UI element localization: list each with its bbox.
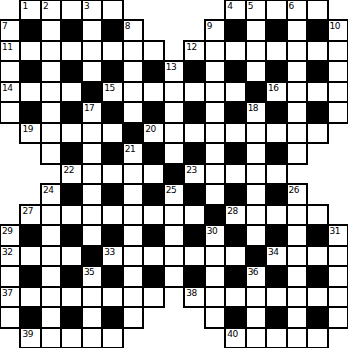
clue-number: 30 [207,226,217,236]
grid-cell-r6c15[interactable] [307,123,327,143]
clue-number: 19 [22,124,32,134]
grid-cell-r14c1[interactable] [20,287,40,307]
void-cell [0,164,20,184]
grid-cell-r1c2[interactable] [41,20,61,40]
grid-cell-r15c14[interactable] [287,307,307,327]
grid-cell-r3c12[interactable] [246,61,266,81]
black-square [143,102,163,122]
void-cell [307,184,327,204]
grid-cell-r3c4[interactable] [82,61,102,81]
clue-number: 27 [22,206,32,216]
grid-cell-r2c13[interactable] [266,41,286,61]
grid-cell-r9c2[interactable]: 24 [41,184,61,204]
black-square [20,61,40,81]
grid-cell-r11c16[interactable]: 31 [328,225,348,245]
clue-number: 1 [22,1,27,11]
clue-number: 10 [330,21,340,31]
grid-cell-r6c8[interactable] [164,123,184,143]
clue-number: 17 [84,103,94,113]
clue-number: 12 [186,42,196,52]
grid-cell-r15c0[interactable] [0,307,20,327]
void-cell [328,164,348,184]
grid-cell-r5c12[interactable]: 18 [246,102,266,122]
grid-cell-r5c8[interactable] [164,102,184,122]
black-square [102,20,122,40]
grid-cell-r15c6[interactable] [123,307,143,327]
grid-cell-r7c8[interactable] [164,143,184,163]
grid-cell-r15c10[interactable] [205,307,225,327]
black-square [225,307,245,327]
grid-cell-r14c0[interactable]: 37 [0,287,20,307]
void-cell [164,307,184,327]
grid-cell-r13c4[interactable]: 35 [82,266,102,286]
grid-cell-r6c14[interactable] [287,123,307,143]
clue-number: 39 [22,329,32,339]
grid-cell-r4c7[interactable] [143,82,163,102]
black-square [184,61,204,81]
grid-cell-r5c10[interactable] [205,102,225,122]
black-square [307,266,327,286]
clue-number: 9 [207,21,212,31]
grid-cell-r4c6[interactable] [123,82,143,102]
clue-number: 35 [84,267,94,277]
grid-cell-r10c14[interactable] [287,205,307,225]
grid-cell-r9c6[interactable] [123,184,143,204]
grid-cell-r2c16[interactable] [328,41,348,61]
grid-cell-r0c11[interactable]: 4 [225,0,245,20]
grid-cell-r12c1[interactable] [20,246,40,266]
clue-number: 3 [84,1,89,11]
grid-cell-r0c2[interactable]: 2 [41,0,61,20]
grid-cell-r4c1[interactable] [20,82,40,102]
black-square [102,184,122,204]
grid-cell-r10c5[interactable] [102,205,122,225]
grid-cell-r1c14[interactable] [287,20,307,40]
clue-number: 2 [43,1,48,11]
grid-cell-r0c1[interactable]: 1 [20,0,40,20]
grid-cell-r16c1[interactable]: 39 [20,328,40,348]
clue-number: 34 [268,247,278,257]
black-square [266,61,286,81]
grid-cell-r8c13[interactable] [266,164,286,184]
black-square [266,20,286,40]
grid-cell-r6c12[interactable] [246,123,266,143]
black-square [61,225,81,245]
grid-cell-r14c14[interactable] [287,287,307,307]
grid-cell-r8c11[interactable] [225,164,245,184]
grid-cell-r12c14[interactable] [287,246,307,266]
grid-cell-r14c3[interactable] [61,287,81,307]
grid-cell-r14c4[interactable] [82,287,102,307]
clue-number: 31 [330,226,340,236]
black-square [20,20,40,40]
grid-cell-r3c0[interactable] [0,61,20,81]
black-square [266,102,286,122]
grid-cell-r12c5[interactable]: 33 [102,246,122,266]
grid-cell-r12c13[interactable]: 34 [266,246,286,266]
grid-cell-r13c12[interactable]: 36 [246,266,266,286]
grid-cell-r7c2[interactable] [41,143,61,163]
grid-cell-r8c7[interactable] [143,164,163,184]
grid-cell-r5c4[interactable]: 17 [82,102,102,122]
black-square [184,102,204,122]
grid-cell-r15c16[interactable] [328,307,348,327]
black-square [143,143,163,163]
grid-cell-r6c2[interactable] [41,123,61,143]
void-cell [164,287,184,307]
grid-cell-r10c15[interactable] [307,205,327,225]
grid-cell-r4c13[interactable]: 16 [266,82,286,102]
grid-cell-r12c10[interactable] [205,246,225,266]
clue-number: 16 [268,83,278,93]
grid-cell-r10c2[interactable] [41,205,61,225]
grid-cell-r12c2[interactable] [41,246,61,266]
grid-cell-r12c0[interactable]: 32 [0,246,20,266]
black-square [164,164,184,184]
grid-cell-r10c4[interactable] [82,205,102,225]
grid-cell-r1c0[interactable]: 7 [0,20,20,40]
grid-cell-r5c16[interactable] [328,102,348,122]
grid-cell-r4c14[interactable] [287,82,307,102]
black-square [61,307,81,327]
void-cell [41,164,61,184]
grid-cell-r5c2[interactable] [41,102,61,122]
black-square [184,266,204,286]
grid-cell-r3c10[interactable] [205,61,225,81]
grid-cell-r16c11[interactable]: 40 [225,328,245,348]
void-cell [164,0,184,20]
crossword-page: 1234567891011121314151617181920212223242… [0,0,348,348]
grid-cell-r4c0[interactable]: 14 [0,82,20,102]
grid-cell-r13c14[interactable] [287,266,307,286]
grid-cell-r0c5[interactable] [102,0,122,20]
grid-cell-r5c6[interactable] [123,102,143,122]
grid-cell-r12c8[interactable] [164,246,184,266]
grid-cell-r2c7[interactable] [143,41,163,61]
black-square [102,307,122,327]
grid-cell-r0c15[interactable] [307,0,327,20]
grid-cell-r4c11[interactable] [225,82,245,102]
black-square [307,102,327,122]
clue-number: 25 [166,185,176,195]
grid-cell-r10c1[interactable]: 27 [20,205,40,225]
grid-cell-r12c7[interactable] [143,246,163,266]
clue-number: 36 [248,267,258,277]
grid-cell-r12c16[interactable] [328,246,348,266]
grid-cell-r13c10[interactable] [205,266,225,286]
grid-cell-r4c8[interactable] [164,82,184,102]
grid-cell-r11c0[interactable]: 29 [0,225,20,245]
black-square [102,225,122,245]
grid-cell-r9c12[interactable] [246,184,266,204]
void-cell [0,0,20,20]
grid-cell-r1c4[interactable] [82,20,102,40]
black-square [20,225,40,245]
grid-cell-r12c9[interactable] [184,246,204,266]
black-square [246,246,266,266]
black-square [143,225,163,245]
void-cell [0,143,20,163]
grid-cell-r9c8[interactable]: 25 [164,184,184,204]
black-square [307,20,327,40]
grid-cell-r4c2[interactable] [41,82,61,102]
black-square [82,82,102,102]
black-square [61,184,81,204]
black-square [225,143,245,163]
grid-cell-r14c13[interactable] [266,287,286,307]
void-cell [328,143,348,163]
clue-number: 29 [2,226,12,236]
grid-cell-r6c3[interactable] [61,123,81,143]
grid-cell-r3c2[interactable] [41,61,61,81]
grid-cell-r2c11[interactable] [225,41,245,61]
grid-cell-r1c10[interactable]: 9 [205,20,225,40]
grid-cell-r16c5[interactable] [102,328,122,348]
void-cell [184,307,204,327]
void-cell [205,0,225,20]
grid-cell-r2c12[interactable] [246,41,266,61]
grid-cell-r11c6[interactable] [123,225,143,245]
black-square [246,82,266,102]
grid-cell-r8c10[interactable] [205,164,225,184]
grid-cell-r16c4[interactable] [82,328,102,348]
grid-cell-r0c3[interactable] [61,0,81,20]
void-cell [307,143,327,163]
void-cell [20,143,40,163]
grid-cell-r3c16[interactable] [328,61,348,81]
clue-number: 13 [166,62,176,72]
grid-cell-r11c4[interactable] [82,225,102,245]
grid-cell-r2c4[interactable] [82,41,102,61]
void-cell [0,328,20,348]
grid-cell-r16c3[interactable] [61,328,81,348]
black-square [184,225,204,245]
grid-cell-r13c8[interactable] [164,266,184,286]
clue-number: 14 [2,83,12,93]
clue-number: 5 [248,1,253,11]
grid-cell-r8c4[interactable] [82,164,102,184]
void-cell [287,164,307,184]
grid-cell-r9c4[interactable] [82,184,102,204]
black-square [225,20,245,40]
grid-cell-r6c10[interactable] [205,123,225,143]
black-square [225,225,245,245]
grid-cell-r10c7[interactable] [143,205,163,225]
grid-cell-r8c6[interactable] [123,164,143,184]
grid-cell-r1c6[interactable]: 8 [123,20,143,40]
grid-cell-r13c2[interactable] [41,266,61,286]
grid-cell-r9c14[interactable]: 26 [287,184,307,204]
void-cell [123,328,143,348]
grid-cell-r7c10[interactable] [205,143,225,163]
black-square [102,102,122,122]
grid-cell-r14c6[interactable] [123,287,143,307]
grid-cell-r12c3[interactable] [61,246,81,266]
clue-number: 7 [2,21,7,31]
grid-cell-r6c7[interactable]: 20 [143,123,163,143]
grid-cell-r7c6[interactable]: 21 [123,143,143,163]
black-square [225,266,245,286]
clue-number: 22 [63,165,73,175]
grid-cell-r10c13[interactable] [266,205,286,225]
grid-cell-r14c5[interactable] [102,287,122,307]
grid-cell-r4c16[interactable] [328,82,348,102]
grid-cell-r2c15[interactable] [307,41,327,61]
black-square [82,246,102,266]
grid-cell-r15c4[interactable] [82,307,102,327]
grid-cell-r16c14[interactable] [287,328,307,348]
black-square [225,61,245,81]
clue-number: 23 [186,165,196,175]
black-square [61,143,81,163]
grid-cell-r10c8[interactable] [164,205,184,225]
grid-cell-r2c10[interactable] [205,41,225,61]
grid-cell-r1c12[interactable] [246,20,266,40]
grid-cell-r6c11[interactable] [225,123,245,143]
black-square [307,307,327,327]
grid-cell-r11c2[interactable] [41,225,61,245]
grid-cell-r6c13[interactable] [266,123,286,143]
grid-cell-r4c15[interactable] [307,82,327,102]
grid-cell-r4c10[interactable] [205,82,225,102]
void-cell [20,184,40,204]
grid-cell-r2c3[interactable] [61,41,81,61]
grid-cell-r15c2[interactable] [41,307,61,327]
grid-cell-r0c12[interactable]: 5 [246,0,266,20]
grid-cell-r16c15[interactable] [307,328,327,348]
black-square [225,184,245,204]
grid-cell-r2c5[interactable] [102,41,122,61]
grid-cell-r14c12[interactable] [246,287,266,307]
grid-cell-r0c14[interactable]: 6 [287,0,307,20]
black-square [184,184,204,204]
black-square [266,307,286,327]
grid-cell-r8c9[interactable]: 23 [184,164,204,184]
void-cell [184,20,204,40]
grid-cell-r3c8[interactable]: 13 [164,61,184,81]
grid-cell-r1c16[interactable]: 10 [328,20,348,40]
grid-cell-r0c4[interactable]: 3 [82,0,102,20]
grid-cell-r0c13[interactable] [266,0,286,20]
grid-cell-r5c0[interactable] [0,102,20,122]
black-square [61,20,81,40]
grid-cell-r6c4[interactable] [82,123,102,143]
grid-cell-r14c16[interactable] [328,287,348,307]
black-square [307,61,327,81]
grid-cell-r10c6[interactable] [123,205,143,225]
grid-cell-r2c2[interactable] [41,41,61,61]
clue-number: 24 [43,185,53,195]
grid-cell-r12c15[interactable] [307,246,327,266]
grid-cell-r7c4[interactable] [82,143,102,163]
grid-cell-r5c14[interactable] [287,102,307,122]
void-cell [328,0,348,20]
void-cell [205,328,225,348]
grid-cell-r8c12[interactable] [246,164,266,184]
grid-cell-r16c12[interactable] [246,328,266,348]
clue-number: 33 [104,247,114,257]
void-cell [328,205,348,225]
grid-cell-r12c11[interactable] [225,246,245,266]
clue-number: 28 [227,206,237,216]
clue-number: 37 [2,288,12,298]
clue-number: 26 [289,185,299,195]
crossword-board: 1234567891011121314151617181920212223242… [0,0,348,348]
black-square [143,184,163,204]
grid-cell-r14c15[interactable] [307,287,327,307]
grid-cell-r14c11[interactable] [225,287,245,307]
grid-cell-r6c1[interactable]: 19 [20,123,40,143]
grid-cell-r14c10[interactable] [205,287,225,307]
black-square [143,266,163,286]
void-cell [164,41,184,61]
grid-cell-r13c0[interactable] [0,266,20,286]
grid-cell-r2c6[interactable] [123,41,143,61]
grid-cell-r13c16[interactable] [328,266,348,286]
grid-cell-r14c9[interactable]: 38 [184,287,204,307]
grid-cell-r6c9[interactable] [184,123,204,143]
grid-cell-r13c6[interactable] [123,266,143,286]
grid-cell-r3c14[interactable] [287,61,307,81]
grid-cell-r4c3[interactable] [61,82,81,102]
void-cell [184,0,204,20]
grid-cell-r7c12[interactable] [246,143,266,163]
grid-cell-r11c10[interactable]: 30 [205,225,225,245]
grid-cell-r11c12[interactable] [246,225,266,245]
grid-cell-r14c7[interactable] [143,287,163,307]
grid-cell-r2c9[interactable]: 12 [184,41,204,61]
black-square [266,225,286,245]
grid-cell-r8c5[interactable] [102,164,122,184]
grid-cell-r4c9[interactable] [184,82,204,102]
black-square [20,102,40,122]
grid-cell-r2c1[interactable] [20,41,40,61]
void-cell [328,328,348,348]
black-square [225,102,245,122]
clue-number: 11 [2,42,12,52]
grid-cell-r10c3[interactable] [61,205,81,225]
grid-cell-r2c14[interactable] [287,41,307,61]
black-square [20,266,40,286]
grid-cell-r11c14[interactable] [287,225,307,245]
grid-cell-r10c12[interactable] [246,205,266,225]
void-cell [328,184,348,204]
grid-cell-r7c14[interactable] [287,143,307,163]
grid-cell-r2c0[interactable]: 11 [0,41,20,61]
grid-cell-r10c11[interactable]: 28 [225,205,245,225]
grid-cell-r8c3[interactable]: 22 [61,164,81,184]
grid-cell-r3c6[interactable] [123,61,143,81]
grid-cell-r16c13[interactable] [266,328,286,348]
grid-cell-r6c5[interactable] [102,123,122,143]
void-cell [0,184,20,204]
black-square [102,266,122,286]
void-cell [143,328,163,348]
clue-number: 38 [186,288,196,298]
grid-cell-r9c10[interactable] [205,184,225,204]
grid-cell-r4c5[interactable]: 15 [102,82,122,102]
grid-cell-r16c2[interactable] [41,328,61,348]
void-cell [143,0,163,20]
void-cell [0,123,20,143]
grid-cell-r12c6[interactable] [123,246,143,266]
grid-cell-r15c12[interactable] [246,307,266,327]
black-square [102,143,122,163]
void-cell [164,20,184,40]
grid-cell-r11c8[interactable] [164,225,184,245]
grid-cell-r10c9[interactable] [184,205,204,225]
grid-cell-r14c2[interactable] [41,287,61,307]
